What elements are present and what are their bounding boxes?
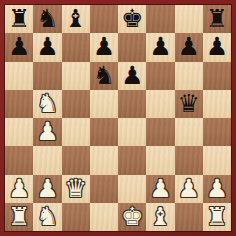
square-f6[interactable]	[146, 62, 174, 90]
square-c4[interactable]	[62, 118, 90, 146]
square-b1[interactable]: ♞	[33, 203, 61, 231]
square-c3[interactable]	[62, 146, 90, 174]
piece-white-pawn[interactable]: ♟	[36, 175, 58, 203]
square-b3[interactable]	[33, 146, 61, 174]
piece-black-queen[interactable]: ♛	[177, 90, 199, 118]
square-f1[interactable]: ♝	[146, 203, 174, 231]
square-g8[interactable]	[175, 5, 203, 33]
square-c6[interactable]	[62, 62, 90, 90]
square-d2[interactable]	[90, 175, 118, 203]
square-a6[interactable]	[5, 62, 33, 90]
square-h7[interactable]: ♟	[203, 33, 231, 61]
square-c1[interactable]	[62, 203, 90, 231]
square-d7[interactable]: ♟	[90, 33, 118, 61]
square-e4[interactable]	[118, 118, 146, 146]
square-e5[interactable]	[118, 90, 146, 118]
square-h4[interactable]	[203, 118, 231, 146]
square-g3[interactable]	[175, 146, 203, 174]
piece-white-rook[interactable]: ♜	[206, 203, 228, 231]
piece-white-pawn[interactable]: ♟	[206, 175, 228, 203]
piece-black-pawn[interactable]: ♟	[177, 33, 199, 61]
square-f2[interactable]: ♟	[146, 175, 174, 203]
piece-white-knight[interactable]: ♞	[36, 90, 58, 118]
square-a3[interactable]	[5, 146, 33, 174]
square-f7[interactable]: ♟	[146, 33, 174, 61]
square-a4[interactable]	[5, 118, 33, 146]
piece-black-pawn[interactable]: ♟	[36, 33, 58, 61]
square-f8[interactable]	[146, 5, 174, 33]
square-b8[interactable]: ♞	[33, 5, 61, 33]
piece-black-rook[interactable]: ♜	[206, 5, 228, 33]
square-c7[interactable]	[62, 33, 90, 61]
square-g1[interactable]	[175, 203, 203, 231]
square-e6[interactable]: ♟	[118, 62, 146, 90]
piece-white-queen[interactable]: ♛	[64, 175, 86, 203]
piece-black-pawn[interactable]: ♟	[121, 62, 143, 90]
square-e3[interactable]	[118, 146, 146, 174]
square-h3[interactable]	[203, 146, 231, 174]
square-a1[interactable]: ♜	[5, 203, 33, 231]
piece-white-pawn[interactable]: ♟	[149, 175, 171, 203]
square-g4[interactable]	[175, 118, 203, 146]
square-a2[interactable]: ♟	[5, 175, 33, 203]
square-d8[interactable]	[90, 5, 118, 33]
square-f5[interactable]	[146, 90, 174, 118]
square-h2[interactable]: ♟	[203, 175, 231, 203]
square-a7[interactable]: ♟	[5, 33, 33, 61]
square-e8[interactable]: ♚	[118, 5, 146, 33]
square-e2[interactable]	[118, 175, 146, 203]
square-d4[interactable]	[90, 118, 118, 146]
chess-board-frame: ♜♞♝♚♜♟♟♟♟♟♟♞♟♞♛♟♟♟♛♟♟♟♜♞♚♝♜	[0, 0, 236, 236]
square-a8[interactable]: ♜	[5, 5, 33, 33]
piece-white-pawn[interactable]: ♟	[8, 175, 30, 203]
piece-black-bishop[interactable]: ♝	[64, 5, 86, 33]
piece-black-king[interactable]: ♚	[121, 5, 143, 33]
square-g5[interactable]: ♛	[175, 90, 203, 118]
piece-black-rook[interactable]: ♜	[8, 5, 30, 33]
square-e1[interactable]: ♚	[118, 203, 146, 231]
piece-white-knight[interactable]: ♞	[36, 203, 58, 231]
square-b2[interactable]: ♟	[33, 175, 61, 203]
piece-white-pawn[interactable]: ♟	[36, 118, 58, 146]
piece-white-king[interactable]: ♚	[121, 203, 143, 231]
square-d5[interactable]	[90, 90, 118, 118]
piece-black-knight[interactable]: ♞	[93, 62, 115, 90]
square-b7[interactable]: ♟	[33, 33, 61, 61]
square-b4[interactable]: ♟	[33, 118, 61, 146]
square-e7[interactable]	[118, 33, 146, 61]
square-b5[interactable]: ♞	[33, 90, 61, 118]
piece-black-pawn[interactable]: ♟	[149, 33, 171, 61]
square-b6[interactable]	[33, 62, 61, 90]
square-h5[interactable]	[203, 90, 231, 118]
piece-white-rook[interactable]: ♜	[8, 203, 30, 231]
square-c8[interactable]: ♝	[62, 5, 90, 33]
square-f4[interactable]	[146, 118, 174, 146]
square-h1[interactable]: ♜	[203, 203, 231, 231]
square-a5[interactable]	[5, 90, 33, 118]
square-c5[interactable]	[62, 90, 90, 118]
square-f3[interactable]	[146, 146, 174, 174]
square-c2[interactable]: ♛	[62, 175, 90, 203]
square-g2[interactable]: ♟	[175, 175, 203, 203]
square-h8[interactable]: ♜	[203, 5, 231, 33]
piece-white-bishop[interactable]: ♝	[149, 203, 171, 231]
piece-white-pawn[interactable]: ♟	[177, 175, 199, 203]
chess-board: ♜♞♝♚♜♟♟♟♟♟♟♞♟♞♛♟♟♟♛♟♟♟♜♞♚♝♜	[5, 5, 231, 231]
square-g7[interactable]: ♟	[175, 33, 203, 61]
square-d6[interactable]: ♞	[90, 62, 118, 90]
square-d3[interactable]	[90, 146, 118, 174]
piece-black-pawn[interactable]: ♟	[93, 33, 115, 61]
piece-black-knight[interactable]: ♞	[36, 5, 58, 33]
piece-black-pawn[interactable]: ♟	[206, 33, 228, 61]
square-d1[interactable]	[90, 203, 118, 231]
square-g6[interactable]	[175, 62, 203, 90]
piece-black-pawn[interactable]: ♟	[8, 33, 30, 61]
square-h6[interactable]	[203, 62, 231, 90]
